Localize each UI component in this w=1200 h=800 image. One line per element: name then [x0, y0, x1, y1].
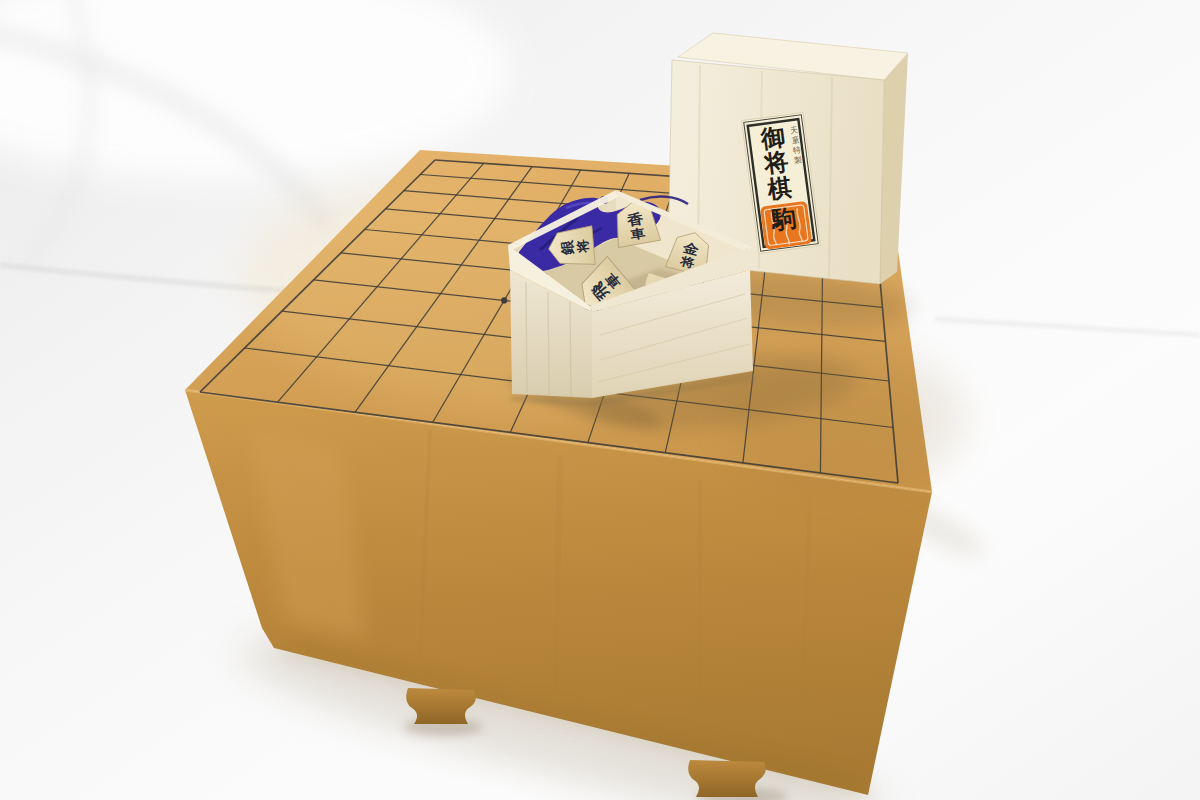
- label-side-char-3: 特: [791, 145, 801, 155]
- label-title-char-4: 駒: [769, 204, 797, 234]
- box-grain: [548, 292, 549, 394]
- shogi-set-scene: 御 将 棋 駒 天 童 特 製 香車金将銀将飛車: [0, 0, 1200, 800]
- piece-kanji: 銀: [559, 239, 576, 256]
- label-side-char-2: 童: [791, 135, 800, 145]
- piece-kanji: 将: [575, 239, 591, 255]
- box-grain: [526, 282, 527, 392]
- piece-kanji: 車: [628, 226, 646, 242]
- box-grain: [570, 302, 571, 396]
- label-side-char-1: 天: [790, 125, 799, 135]
- star-point: [501, 297, 507, 303]
- product-photo: 御 将 棋 駒 天 童 特 製 香車金将銀将飛車: [0, 0, 1200, 800]
- label-title-char-3: 棋: [765, 173, 793, 203]
- board-leg-right: [688, 760, 766, 797]
- label-side-char-4: 製: [794, 155, 803, 165]
